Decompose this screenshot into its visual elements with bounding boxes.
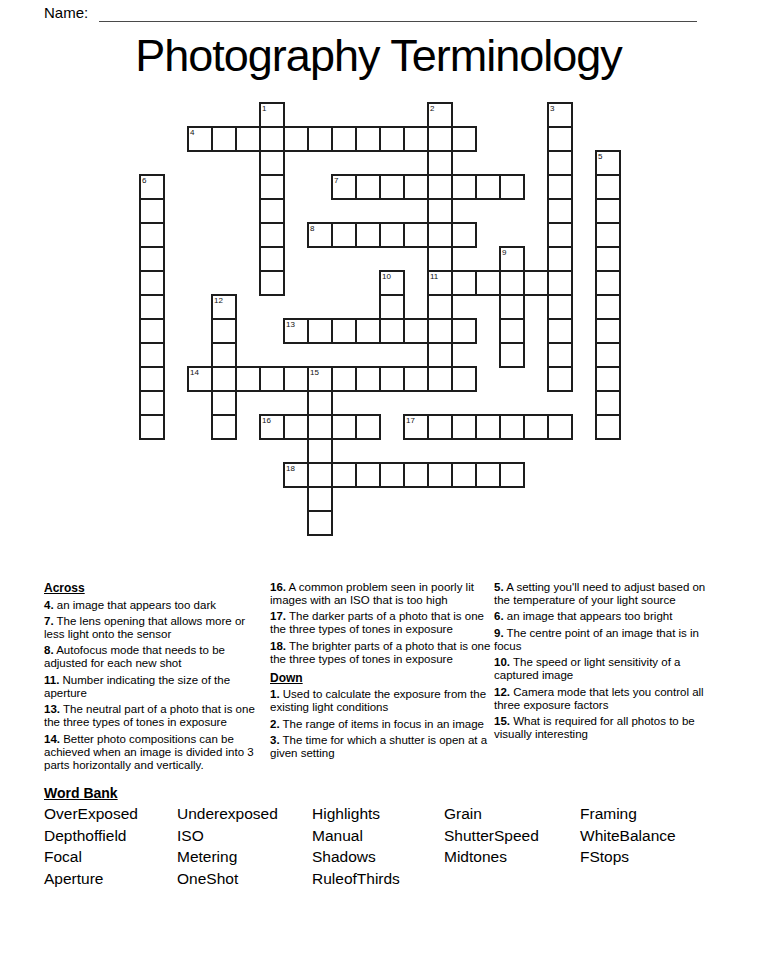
word-bank-item-grain: Grain bbox=[444, 803, 539, 825]
grid-number-18: 18 bbox=[286, 464, 295, 473]
grid-cell-r3c0[interactable]: 6 bbox=[139, 174, 165, 200]
name-fill-line[interactable] bbox=[99, 3, 697, 22]
worksheet-page: Name: Photography Terminology 1234567891… bbox=[0, 0, 757, 980]
clues-column-right: 5. A setting you'll need to adjust based… bbox=[494, 581, 709, 741]
clue-across-16: 16. A common problem seen in poorly lit … bbox=[270, 581, 491, 607]
grid-cell-r6c15[interactable]: 9 bbox=[499, 246, 525, 272]
grid-cell-r1c9[interactable] bbox=[355, 126, 381, 152]
grid-cell-r1c6[interactable] bbox=[283, 126, 309, 152]
word-bank-item-depthoffield: Depthoffield bbox=[44, 825, 138, 847]
grid-number-12: 12 bbox=[214, 296, 223, 305]
grid-cell-r7c13[interactable] bbox=[451, 270, 477, 296]
grid-cell-r1c3[interactable] bbox=[211, 126, 237, 152]
grid-cell-r8c0[interactable] bbox=[139, 294, 165, 320]
grid-cell-r10c3[interactable] bbox=[211, 342, 237, 368]
grid-cell-r7c19[interactable] bbox=[595, 270, 621, 296]
grid-cell-r13c17[interactable] bbox=[547, 414, 573, 440]
grid-cell-r8c3[interactable]: 12 bbox=[211, 294, 237, 320]
grid-number-3: 3 bbox=[550, 104, 554, 113]
grid-cell-r13c11[interactable]: 17 bbox=[403, 414, 429, 440]
grid-cell-r13c19[interactable] bbox=[595, 414, 621, 440]
word-bank-item-midtones: Midtones bbox=[444, 846, 539, 868]
grid-cell-r11c0[interactable] bbox=[139, 366, 165, 392]
grid-cell-r8c10[interactable] bbox=[379, 294, 405, 320]
word-bank-item-shutterspeed: ShutterSpeed bbox=[444, 825, 539, 847]
grid-cell-r3c10[interactable] bbox=[379, 174, 405, 200]
grid-number-16: 16 bbox=[262, 416, 271, 425]
crossword-grid: 123456789101112131415161718 bbox=[139, 102, 621, 536]
clue-across-18: 18. The brighter parts of a photo that i… bbox=[270, 640, 491, 666]
name-label: Name: bbox=[44, 4, 88, 21]
grid-cell-r3c19[interactable] bbox=[595, 174, 621, 200]
grid-cell-r8c19[interactable] bbox=[595, 294, 621, 320]
grid-cell-r4c17[interactable] bbox=[547, 198, 573, 224]
word-bank-item-highlights: Highlights bbox=[312, 803, 400, 825]
grid-cell-r13c12[interactable] bbox=[427, 414, 453, 440]
grid-cell-r1c7[interactable] bbox=[307, 126, 333, 152]
clue-across-8: 8. Autofocus mode that needs to be adjus… bbox=[44, 644, 268, 670]
clue-across-11: 11. Number indicating the size of the ap… bbox=[44, 674, 268, 700]
grid-cell-r11c10[interactable] bbox=[379, 366, 405, 392]
grid-cell-r7c17[interactable] bbox=[547, 270, 573, 296]
grid-cell-r5c10[interactable] bbox=[379, 222, 405, 248]
grid-cell-r9c3[interactable] bbox=[211, 318, 237, 344]
grid-cell-r13c0[interactable] bbox=[139, 414, 165, 440]
grid-cell-r1c5[interactable] bbox=[259, 126, 285, 152]
grid-cell-r15c10[interactable] bbox=[379, 462, 405, 488]
grid-cell-r9c19[interactable] bbox=[595, 318, 621, 344]
grid-cell-r15c7[interactable] bbox=[307, 462, 333, 488]
grid-number-7: 7 bbox=[334, 176, 338, 185]
grid-cell-r10c0[interactable] bbox=[139, 342, 165, 368]
grid-cell-r13c16[interactable] bbox=[523, 414, 549, 440]
grid-cell-r5c17[interactable] bbox=[547, 222, 573, 248]
grid-cell-r13c8[interactable] bbox=[331, 414, 357, 440]
clue-down-6: 6. an image that appears too bright bbox=[494, 610, 709, 623]
word-bank-item-fstops: FStops bbox=[580, 846, 676, 868]
grid-cell-r8c15[interactable] bbox=[499, 294, 525, 320]
grid-cell-r5c8[interactable] bbox=[331, 222, 357, 248]
grid-cell-r14c7[interactable] bbox=[307, 438, 333, 464]
word-bank-column-4: GrainShutterSpeedMidtones bbox=[444, 803, 539, 868]
grid-cell-r2c12[interactable] bbox=[427, 150, 453, 176]
grid-cell-r2c5[interactable] bbox=[259, 150, 285, 176]
clue-down-12: 12. Camera mode that lets you control al… bbox=[494, 686, 709, 712]
grid-number-13: 13 bbox=[286, 320, 295, 329]
grid-cell-r3c8[interactable]: 7 bbox=[331, 174, 357, 200]
grid-cell-r1c12[interactable] bbox=[427, 126, 453, 152]
grid-cell-r0c5[interactable]: 1 bbox=[259, 102, 285, 128]
grid-cell-r1c4[interactable] bbox=[235, 126, 261, 152]
grid-cell-r11c13[interactable] bbox=[451, 366, 477, 392]
grid-cell-r4c12[interactable] bbox=[427, 198, 453, 224]
word-bank-item-whitebalance: WhiteBalance bbox=[580, 825, 676, 847]
word-bank-item-oneshot: OneShot bbox=[177, 868, 278, 890]
word-bank-item-metering: Metering bbox=[177, 846, 278, 868]
grid-cell-r6c0[interactable] bbox=[139, 246, 165, 272]
grid-cell-r5c7[interactable]: 8 bbox=[307, 222, 333, 248]
grid-cell-r6c19[interactable] bbox=[595, 246, 621, 272]
clue-down-9: 9. The centre point of an image that is … bbox=[494, 627, 709, 653]
grid-cell-r3c9[interactable] bbox=[355, 174, 381, 200]
grid-cell-r9c13[interactable] bbox=[451, 318, 477, 344]
word-bank-item-focal: Focal bbox=[44, 846, 138, 868]
grid-cell-r15c13[interactable] bbox=[451, 462, 477, 488]
grid-cell-r3c14[interactable] bbox=[475, 174, 501, 200]
word-bank-column-5: FramingWhiteBalanceFStops bbox=[580, 803, 676, 868]
word-bank-column-2: UnderexposedISOMeteringOneShot bbox=[177, 803, 278, 890]
grid-cell-r13c15[interactable] bbox=[499, 414, 525, 440]
grid-cell-r5c13[interactable] bbox=[451, 222, 477, 248]
grid-cell-r9c0[interactable] bbox=[139, 318, 165, 344]
grid-cell-r12c19[interactable] bbox=[595, 390, 621, 416]
clues-column-left: Across4. an image that appears too dark7… bbox=[44, 581, 268, 772]
grid-cell-r11c4[interactable] bbox=[235, 366, 261, 392]
word-bank-item-overexposed: OverExposed bbox=[44, 803, 138, 825]
grid-cell-r11c17[interactable] bbox=[547, 366, 573, 392]
across-header: Across bbox=[44, 581, 268, 595]
grid-cell-r1c2[interactable]: 4 bbox=[187, 126, 213, 152]
grid-number-4: 4 bbox=[190, 128, 194, 137]
grid-cell-r7c5[interactable] bbox=[259, 270, 285, 296]
grid-cell-r1c17[interactable] bbox=[547, 126, 573, 152]
grid-cell-r11c8[interactable] bbox=[331, 366, 357, 392]
clue-down-1: 1. Used to calculate the exposure from t… bbox=[270, 688, 491, 714]
grid-cell-r9c6[interactable]: 13 bbox=[283, 318, 309, 344]
grid-cell-r5c0[interactable] bbox=[139, 222, 165, 248]
grid-cell-r3c11[interactable] bbox=[403, 174, 429, 200]
grid-cell-r5c19[interactable] bbox=[595, 222, 621, 248]
grid-cell-r15c14[interactable] bbox=[475, 462, 501, 488]
grid-cell-r9c17[interactable] bbox=[547, 318, 573, 344]
grid-cell-r15c12[interactable] bbox=[427, 462, 453, 488]
grid-cell-r10c17[interactable] bbox=[547, 342, 573, 368]
grid-cell-r1c10[interactable] bbox=[379, 126, 405, 152]
word-bank-column-3: HighlightsManualShadowsRuleofThirds bbox=[312, 803, 400, 890]
grid-cell-r9c10[interactable] bbox=[379, 318, 405, 344]
grid-number-6: 6 bbox=[142, 176, 146, 185]
grid-cell-r11c3[interactable] bbox=[211, 366, 237, 392]
grid-cell-r11c11[interactable] bbox=[403, 366, 429, 392]
word-bank-item-manual: Manual bbox=[312, 825, 400, 847]
grid-cell-r4c5[interactable] bbox=[259, 198, 285, 224]
grid-cell-r13c3[interactable] bbox=[211, 414, 237, 440]
grid-cell-r1c11[interactable] bbox=[403, 126, 429, 152]
grid-cell-r13c13[interactable] bbox=[451, 414, 477, 440]
grid-cell-r15c11[interactable] bbox=[403, 462, 429, 488]
grid-cell-r13c14[interactable] bbox=[475, 414, 501, 440]
grid-cell-r8c12[interactable] bbox=[427, 294, 453, 320]
grid-number-14: 14 bbox=[190, 368, 199, 377]
grid-cell-r5c5[interactable] bbox=[259, 222, 285, 248]
word-bank-title: Word Bank bbox=[44, 785, 118, 801]
grid-cell-r13c7[interactable] bbox=[307, 414, 333, 440]
grid-cell-r3c17[interactable] bbox=[547, 174, 573, 200]
grid-cell-r3c15[interactable] bbox=[499, 174, 525, 200]
grid-cell-r5c11[interactable] bbox=[403, 222, 429, 248]
grid-cell-r4c0[interactable] bbox=[139, 198, 165, 224]
word-bank-item-iso: ISO bbox=[177, 825, 278, 847]
grid-cell-r12c0[interactable] bbox=[139, 390, 165, 416]
grid-cell-r9c9[interactable] bbox=[355, 318, 381, 344]
word-bank-item-underexposed: Underexposed bbox=[177, 803, 278, 825]
grid-cell-r13c9[interactable] bbox=[355, 414, 381, 440]
grid-cell-r11c12[interactable] bbox=[427, 366, 453, 392]
grid-cell-r7c0[interactable] bbox=[139, 270, 165, 296]
grid-cell-r5c9[interactable] bbox=[355, 222, 381, 248]
word-bank-item-framing: Framing bbox=[580, 803, 676, 825]
grid-number-15: 15 bbox=[310, 368, 319, 377]
clue-across-17: 17. The darker parts of a photo that is … bbox=[270, 610, 491, 636]
clue-across-13: 13. The neutral part of a photo that is … bbox=[44, 703, 268, 729]
grid-cell-r11c6[interactable] bbox=[283, 366, 309, 392]
grid-cell-r10c15[interactable] bbox=[499, 342, 525, 368]
grid-cell-r2c19[interactable]: 5 bbox=[595, 150, 621, 176]
grid-cell-r5c12[interactable] bbox=[427, 222, 453, 248]
clue-down-2: 2. The range of items in focus in an ima… bbox=[270, 718, 491, 731]
grid-cell-r9c11[interactable] bbox=[403, 318, 429, 344]
grid-cell-r1c13[interactable] bbox=[451, 126, 477, 152]
grid-cell-r11c9[interactable] bbox=[355, 366, 381, 392]
grid-cell-r15c8[interactable] bbox=[331, 462, 357, 488]
grid-cell-r0c17[interactable]: 3 bbox=[547, 102, 573, 128]
grid-cell-r3c13[interactable] bbox=[451, 174, 477, 200]
grid-number-11: 11 bbox=[430, 272, 438, 281]
grid-cell-r17c7[interactable] bbox=[307, 510, 333, 536]
grid-cell-r2c17[interactable] bbox=[547, 150, 573, 176]
grid-cell-r9c8[interactable] bbox=[331, 318, 357, 344]
clue-across-14: 14. Better photo compositions can be ach… bbox=[44, 733, 268, 772]
grid-cell-r11c7[interactable]: 15 bbox=[307, 366, 333, 392]
grid-cell-r3c5[interactable] bbox=[259, 174, 285, 200]
grid-number-10: 10 bbox=[382, 272, 391, 281]
grid-cell-r9c7[interactable] bbox=[307, 318, 333, 344]
grid-cell-r12c3[interactable] bbox=[211, 390, 237, 416]
grid-cell-r7c15[interactable] bbox=[499, 270, 525, 296]
grid-cell-r8c17[interactable] bbox=[547, 294, 573, 320]
grid-cell-r13c6[interactable] bbox=[283, 414, 309, 440]
grid-cell-r7c14[interactable] bbox=[475, 270, 501, 296]
grid-cell-r15c9[interactable] bbox=[355, 462, 381, 488]
grid-cell-r11c19[interactable] bbox=[595, 366, 621, 392]
clue-across-4: 4. an image that appears too dark bbox=[44, 599, 268, 612]
grid-cell-r9c15[interactable] bbox=[499, 318, 525, 344]
grid-cell-r1c8[interactable] bbox=[331, 126, 357, 152]
grid-number-5: 5 bbox=[598, 152, 602, 161]
grid-cell-r13c5[interactable]: 16 bbox=[259, 414, 285, 440]
grid-cell-r7c12[interactable]: 11 bbox=[427, 270, 453, 296]
clue-down-3: 3. The time for which a shutter is open … bbox=[270, 734, 491, 760]
grid-cell-r6c5[interactable] bbox=[259, 246, 285, 272]
grid-cell-r11c5[interactable] bbox=[259, 366, 285, 392]
grid-cell-r7c16[interactable] bbox=[523, 270, 549, 296]
grid-cell-r15c15[interactable] bbox=[499, 462, 525, 488]
word-bank-column-1: OverExposedDepthoffieldFocalAperture bbox=[44, 803, 138, 890]
clue-down-5: 5. A setting you'll need to adjust based… bbox=[494, 581, 709, 607]
word-bank-item-shadows: Shadows bbox=[312, 846, 400, 868]
grid-cell-r10c12[interactable] bbox=[427, 342, 453, 368]
grid-number-2: 2 bbox=[430, 104, 434, 113]
grid-cell-r3c12[interactable] bbox=[427, 174, 453, 200]
grid-cell-r6c12[interactable] bbox=[427, 246, 453, 272]
clues-column-middle: 16. A common problem seen in poorly lit … bbox=[270, 581, 491, 760]
grid-cell-r9c12[interactable] bbox=[427, 318, 453, 344]
clue-down-15: 15. What is required for all photos to b… bbox=[494, 715, 709, 741]
grid-number-9: 9 bbox=[502, 248, 506, 257]
grid-cell-r12c7[interactable] bbox=[307, 390, 333, 416]
grid-cell-r0c12[interactable]: 2 bbox=[427, 102, 453, 128]
down-header: Down bbox=[270, 671, 491, 685]
grid-cell-r16c7[interactable] bbox=[307, 486, 333, 512]
grid-cell-r7c10[interactable]: 10 bbox=[379, 270, 405, 296]
grid-cell-r15c6[interactable]: 18 bbox=[283, 462, 309, 488]
grid-cell-r10c19[interactable] bbox=[595, 342, 621, 368]
clue-across-7: 7. The lens opening that allows more or … bbox=[44, 615, 268, 641]
word-bank-item-ruleofthirds: RuleofThirds bbox=[312, 868, 400, 890]
grid-cell-r11c2[interactable]: 14 bbox=[187, 366, 213, 392]
page-title: Photography Terminology bbox=[0, 30, 757, 82]
grid-number-1: 1 bbox=[262, 104, 266, 113]
clue-down-10: 10. The speed or light sensitivity of a … bbox=[494, 656, 709, 682]
grid-cell-r6c17[interactable] bbox=[547, 246, 573, 272]
grid-number-8: 8 bbox=[310, 224, 314, 233]
word-bank-item-aperture: Aperture bbox=[44, 868, 138, 890]
grid-number-17: 17 bbox=[406, 416, 415, 425]
grid-cell-r4c19[interactable] bbox=[595, 198, 621, 224]
